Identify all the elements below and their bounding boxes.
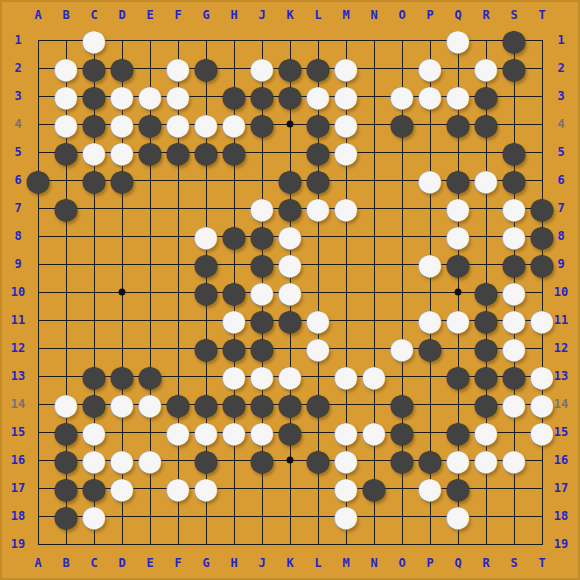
intersection-F6[interactable] (164, 166, 192, 194)
intersection-R17[interactable] (472, 474, 500, 502)
intersection-F15[interactable]: ● (164, 418, 192, 446)
intersection-R1[interactable] (472, 26, 500, 54)
intersection-P11[interactable]: ● (416, 306, 444, 334)
intersection-P18[interactable] (416, 502, 444, 530)
intersection-D18[interactable] (108, 502, 136, 530)
intersection-S11[interactable]: ● (500, 306, 528, 334)
intersection-A2[interactable] (24, 54, 52, 82)
intersection-T13[interactable]: ● (528, 362, 556, 390)
intersection-D16[interactable]: ● (108, 446, 136, 474)
intersection-E1[interactable] (136, 26, 164, 54)
intersection-T19[interactable] (528, 530, 556, 558)
intersection-P4[interactable] (416, 110, 444, 138)
intersection-K15[interactable]: ● (276, 418, 304, 446)
intersection-F10[interactable] (164, 278, 192, 306)
intersection-L19[interactable] (304, 530, 332, 558)
intersection-R9[interactable] (472, 250, 500, 278)
intersection-T7[interactable]: ● (528, 194, 556, 222)
intersection-K4[interactable] (276, 110, 304, 138)
intersection-C4[interactable]: ● (80, 110, 108, 138)
intersection-K6[interactable]: ● (276, 166, 304, 194)
intersection-D19[interactable] (108, 530, 136, 558)
intersection-Q15[interactable]: ● (444, 418, 472, 446)
intersection-R10[interactable]: ● (472, 278, 500, 306)
intersection-C13[interactable]: ● (80, 362, 108, 390)
intersection-T17[interactable] (528, 474, 556, 502)
intersection-J18[interactable] (248, 502, 276, 530)
intersection-L5[interactable]: ● (304, 138, 332, 166)
intersection-L6[interactable]: ● (304, 166, 332, 194)
intersection-J15[interactable]: ● (248, 418, 276, 446)
intersection-T1[interactable] (528, 26, 556, 54)
intersection-T15[interactable]: ● (528, 418, 556, 446)
intersection-M19[interactable] (332, 530, 360, 558)
intersection-L1[interactable] (304, 26, 332, 54)
intersection-N3[interactable] (360, 82, 388, 110)
intersection-S15[interactable] (500, 418, 528, 446)
intersection-B18[interactable]: ● (52, 502, 80, 530)
intersection-L4[interactable]: ● (304, 110, 332, 138)
intersection-C8[interactable] (80, 222, 108, 250)
intersection-S13[interactable]: ● (500, 362, 528, 390)
intersection-E13[interactable]: ● (136, 362, 164, 390)
intersection-K18[interactable] (276, 502, 304, 530)
intersection-M16[interactable]: ● (332, 446, 360, 474)
intersection-C12[interactable] (80, 334, 108, 362)
intersection-M15[interactable]: ● (332, 418, 360, 446)
intersection-E9[interactable] (136, 250, 164, 278)
intersection-O18[interactable] (388, 502, 416, 530)
intersection-T14[interactable]: ● (528, 390, 556, 418)
intersection-F16[interactable] (164, 446, 192, 474)
intersection-R15[interactable]: ● (472, 418, 500, 446)
intersection-D4[interactable]: ● (108, 110, 136, 138)
intersection-E10[interactable] (136, 278, 164, 306)
intersection-B3[interactable]: ● (52, 82, 80, 110)
intersection-C6[interactable]: ● (80, 166, 108, 194)
intersection-M1[interactable] (332, 26, 360, 54)
intersection-C18[interactable]: ● (80, 502, 108, 530)
intersection-N6[interactable] (360, 166, 388, 194)
intersection-C14[interactable]: ● (80, 390, 108, 418)
intersection-O3[interactable]: ● (388, 82, 416, 110)
intersection-P7[interactable] (416, 194, 444, 222)
intersection-C7[interactable] (80, 194, 108, 222)
intersection-C1[interactable]: ● (80, 26, 108, 54)
intersection-N17[interactable]: ● (360, 474, 388, 502)
intersection-D2[interactable]: ● (108, 54, 136, 82)
intersection-B16[interactable]: ● (52, 446, 80, 474)
intersection-H8[interactable]: ● (220, 222, 248, 250)
intersection-Q17[interactable]: ● (444, 474, 472, 502)
intersection-Q13[interactable]: ● (444, 362, 472, 390)
intersection-D7[interactable] (108, 194, 136, 222)
intersection-G4[interactable]: ● (192, 110, 220, 138)
intersection-N15[interactable]: ● (360, 418, 388, 446)
intersection-D3[interactable]: ● (108, 82, 136, 110)
intersection-C9[interactable] (80, 250, 108, 278)
intersection-E4[interactable]: ● (136, 110, 164, 138)
intersection-S7[interactable]: ● (500, 194, 528, 222)
intersection-O17[interactable] (388, 474, 416, 502)
intersection-C17[interactable]: ● (80, 474, 108, 502)
intersection-Q14[interactable] (444, 390, 472, 418)
intersection-M6[interactable] (332, 166, 360, 194)
intersection-L14[interactable]: ● (304, 390, 332, 418)
intersection-K16[interactable] (276, 446, 304, 474)
intersection-J10[interactable]: ● (248, 278, 276, 306)
intersection-O11[interactable] (388, 306, 416, 334)
intersection-H15[interactable]: ● (220, 418, 248, 446)
intersection-H2[interactable] (220, 54, 248, 82)
intersection-R12[interactable]: ● (472, 334, 500, 362)
intersection-N12[interactable] (360, 334, 388, 362)
intersection-Q5[interactable] (444, 138, 472, 166)
intersection-R19[interactable] (472, 530, 500, 558)
intersection-H7[interactable] (220, 194, 248, 222)
intersection-T8[interactable]: ● (528, 222, 556, 250)
intersection-S16[interactable]: ● (500, 446, 528, 474)
intersection-J5[interactable] (248, 138, 276, 166)
intersection-P13[interactable] (416, 362, 444, 390)
intersection-E18[interactable] (136, 502, 164, 530)
intersection-S3[interactable] (500, 82, 528, 110)
intersection-C3[interactable]: ● (80, 82, 108, 110)
intersection-J11[interactable]: ● (248, 306, 276, 334)
intersection-R5[interactable] (472, 138, 500, 166)
intersection-B14[interactable]: ● (52, 390, 80, 418)
intersection-R3[interactable]: ● (472, 82, 500, 110)
intersection-R11[interactable]: ● (472, 306, 500, 334)
intersection-B8[interactable] (52, 222, 80, 250)
intersection-A16[interactable] (24, 446, 52, 474)
intersection-O15[interactable]: ● (388, 418, 416, 446)
intersection-H10[interactable]: ● (220, 278, 248, 306)
intersection-D10[interactable] (108, 278, 136, 306)
intersection-E12[interactable] (136, 334, 164, 362)
intersection-J9[interactable]: ● (248, 250, 276, 278)
intersection-A10[interactable] (24, 278, 52, 306)
intersection-G10[interactable]: ● (192, 278, 220, 306)
intersection-O13[interactable] (388, 362, 416, 390)
intersection-H1[interactable] (220, 26, 248, 54)
intersection-L13[interactable] (304, 362, 332, 390)
intersection-S8[interactable]: ● (500, 222, 528, 250)
intersection-N2[interactable] (360, 54, 388, 82)
intersection-C5[interactable]: ● (80, 138, 108, 166)
intersection-J12[interactable]: ● (248, 334, 276, 362)
intersection-J7[interactable]: ● (248, 194, 276, 222)
intersection-Q4[interactable]: ● (444, 110, 472, 138)
intersection-G11[interactable] (192, 306, 220, 334)
intersection-F2[interactable]: ● (164, 54, 192, 82)
intersection-A9[interactable] (24, 250, 52, 278)
intersection-T12[interactable] (528, 334, 556, 362)
intersection-P9[interactable]: ● (416, 250, 444, 278)
intersection-A7[interactable] (24, 194, 52, 222)
intersection-D6[interactable]: ● (108, 166, 136, 194)
intersection-J2[interactable]: ● (248, 54, 276, 82)
intersection-Q9[interactable]: ● (444, 250, 472, 278)
intersection-C19[interactable] (80, 530, 108, 558)
intersection-M10[interactable] (332, 278, 360, 306)
intersection-C11[interactable] (80, 306, 108, 334)
intersection-G6[interactable] (192, 166, 220, 194)
intersection-A13[interactable] (24, 362, 52, 390)
intersection-Q16[interactable]: ● (444, 446, 472, 474)
intersection-M5[interactable]: ● (332, 138, 360, 166)
intersection-P15[interactable] (416, 418, 444, 446)
intersection-G19[interactable] (192, 530, 220, 558)
intersection-K9[interactable]: ● (276, 250, 304, 278)
intersection-N4[interactable] (360, 110, 388, 138)
intersection-N11[interactable] (360, 306, 388, 334)
intersection-M4[interactable]: ● (332, 110, 360, 138)
intersection-A18[interactable] (24, 502, 52, 530)
intersection-P5[interactable] (416, 138, 444, 166)
intersection-S12[interactable]: ● (500, 334, 528, 362)
intersection-A17[interactable] (24, 474, 52, 502)
intersection-G2[interactable]: ● (192, 54, 220, 82)
intersection-S2[interactable]: ● (500, 54, 528, 82)
intersection-F19[interactable] (164, 530, 192, 558)
intersection-A19[interactable] (24, 530, 52, 558)
intersection-K17[interactable] (276, 474, 304, 502)
intersection-H17[interactable] (220, 474, 248, 502)
intersection-A12[interactable] (24, 334, 52, 362)
intersection-N10[interactable] (360, 278, 388, 306)
intersection-K8[interactable]: ● (276, 222, 304, 250)
intersection-S4[interactable] (500, 110, 528, 138)
intersection-P19[interactable] (416, 530, 444, 558)
intersection-Q7[interactable]: ● (444, 194, 472, 222)
intersection-H11[interactable]: ● (220, 306, 248, 334)
intersection-C16[interactable]: ● (80, 446, 108, 474)
intersection-G16[interactable]: ● (192, 446, 220, 474)
intersection-P6[interactable]: ● (416, 166, 444, 194)
intersection-M8[interactable] (332, 222, 360, 250)
intersection-K12[interactable] (276, 334, 304, 362)
intersection-H6[interactable] (220, 166, 248, 194)
intersection-K3[interactable]: ● (276, 82, 304, 110)
intersection-F18[interactable] (164, 502, 192, 530)
intersection-B1[interactable] (52, 26, 80, 54)
intersection-G5[interactable]: ● (192, 138, 220, 166)
intersection-R18[interactable] (472, 502, 500, 530)
intersection-S6[interactable]: ● (500, 166, 528, 194)
intersection-B10[interactable] (52, 278, 80, 306)
intersection-S17[interactable] (500, 474, 528, 502)
intersection-Q10[interactable] (444, 278, 472, 306)
intersection-B19[interactable] (52, 530, 80, 558)
intersection-H3[interactable]: ● (220, 82, 248, 110)
intersection-T6[interactable] (528, 166, 556, 194)
intersection-K11[interactable]: ● (276, 306, 304, 334)
intersection-Q3[interactable]: ● (444, 82, 472, 110)
intersection-J16[interactable]: ● (248, 446, 276, 474)
intersection-E7[interactable] (136, 194, 164, 222)
intersection-P1[interactable] (416, 26, 444, 54)
intersection-O2[interactable] (388, 54, 416, 82)
intersection-M14[interactable] (332, 390, 360, 418)
intersection-N7[interactable] (360, 194, 388, 222)
intersection-M3[interactable]: ● (332, 82, 360, 110)
intersection-N14[interactable] (360, 390, 388, 418)
intersection-B11[interactable] (52, 306, 80, 334)
intersection-O10[interactable] (388, 278, 416, 306)
intersection-T2[interactable] (528, 54, 556, 82)
intersection-F1[interactable] (164, 26, 192, 54)
intersection-L2[interactable]: ● (304, 54, 332, 82)
intersection-E11[interactable] (136, 306, 164, 334)
intersection-G7[interactable] (192, 194, 220, 222)
intersection-G18[interactable] (192, 502, 220, 530)
intersection-M13[interactable]: ● (332, 362, 360, 390)
intersection-E14[interactable]: ● (136, 390, 164, 418)
intersection-Q6[interactable]: ● (444, 166, 472, 194)
intersection-K14[interactable]: ● (276, 390, 304, 418)
intersection-R2[interactable]: ● (472, 54, 500, 82)
intersection-M7[interactable]: ● (332, 194, 360, 222)
intersection-D11[interactable] (108, 306, 136, 334)
intersection-F11[interactable] (164, 306, 192, 334)
intersection-K7[interactable]: ● (276, 194, 304, 222)
intersection-N18[interactable] (360, 502, 388, 530)
intersection-P16[interactable]: ● (416, 446, 444, 474)
intersection-B7[interactable]: ● (52, 194, 80, 222)
intersection-L11[interactable]: ● (304, 306, 332, 334)
intersection-D5[interactable]: ● (108, 138, 136, 166)
intersection-P17[interactable]: ● (416, 474, 444, 502)
intersection-P2[interactable]: ● (416, 54, 444, 82)
intersection-M12[interactable] (332, 334, 360, 362)
intersection-T3[interactable] (528, 82, 556, 110)
intersection-O8[interactable] (388, 222, 416, 250)
intersection-E5[interactable]: ● (136, 138, 164, 166)
intersection-H9[interactable] (220, 250, 248, 278)
intersection-P10[interactable] (416, 278, 444, 306)
intersection-L9[interactable] (304, 250, 332, 278)
intersection-B12[interactable] (52, 334, 80, 362)
intersection-D8[interactable] (108, 222, 136, 250)
intersection-R8[interactable] (472, 222, 500, 250)
intersection-A14[interactable] (24, 390, 52, 418)
intersection-J1[interactable] (248, 26, 276, 54)
intersection-F4[interactable]: ● (164, 110, 192, 138)
intersection-L10[interactable] (304, 278, 332, 306)
intersection-E16[interactable]: ● (136, 446, 164, 474)
intersection-O5[interactable] (388, 138, 416, 166)
intersection-T5[interactable] (528, 138, 556, 166)
intersection-R7[interactable] (472, 194, 500, 222)
intersection-A4[interactable] (24, 110, 52, 138)
intersection-K5[interactable] (276, 138, 304, 166)
intersection-H13[interactable]: ● (220, 362, 248, 390)
intersection-H18[interactable] (220, 502, 248, 530)
intersection-S18[interactable] (500, 502, 528, 530)
intersection-D1[interactable] (108, 26, 136, 54)
intersection-T16[interactable] (528, 446, 556, 474)
intersection-J3[interactable]: ● (248, 82, 276, 110)
intersection-G9[interactable]: ● (192, 250, 220, 278)
intersection-H4[interactable]: ● (220, 110, 248, 138)
intersection-L8[interactable] (304, 222, 332, 250)
intersection-D13[interactable]: ● (108, 362, 136, 390)
intersection-Q2[interactable] (444, 54, 472, 82)
intersection-M2[interactable]: ● (332, 54, 360, 82)
intersection-A6[interactable]: ● (24, 166, 52, 194)
intersection-K19[interactable] (276, 530, 304, 558)
intersection-H5[interactable]: ● (220, 138, 248, 166)
intersection-P8[interactable] (416, 222, 444, 250)
intersection-K13[interactable]: ● (276, 362, 304, 390)
intersection-Q11[interactable]: ● (444, 306, 472, 334)
intersection-R13[interactable]: ● (472, 362, 500, 390)
intersection-G15[interactable]: ● (192, 418, 220, 446)
intersection-S9[interactable]: ● (500, 250, 528, 278)
intersection-K2[interactable]: ● (276, 54, 304, 82)
intersection-Q8[interactable]: ● (444, 222, 472, 250)
intersection-A5[interactable] (24, 138, 52, 166)
intersection-N8[interactable] (360, 222, 388, 250)
intersection-G17[interactable]: ● (192, 474, 220, 502)
intersection-T11[interactable]: ● (528, 306, 556, 334)
intersection-J13[interactable]: ● (248, 362, 276, 390)
intersection-F17[interactable]: ● (164, 474, 192, 502)
intersection-G12[interactable]: ● (192, 334, 220, 362)
intersection-A3[interactable] (24, 82, 52, 110)
intersection-E8[interactable] (136, 222, 164, 250)
intersection-G14[interactable]: ● (192, 390, 220, 418)
intersection-D12[interactable] (108, 334, 136, 362)
intersection-B9[interactable] (52, 250, 80, 278)
intersection-O6[interactable] (388, 166, 416, 194)
intersection-M17[interactable]: ● (332, 474, 360, 502)
intersection-J14[interactable]: ● (248, 390, 276, 418)
intersection-F13[interactable] (164, 362, 192, 390)
intersection-O16[interactable]: ● (388, 446, 416, 474)
intersection-L17[interactable] (304, 474, 332, 502)
intersection-M9[interactable] (332, 250, 360, 278)
intersection-B5[interactable]: ● (52, 138, 80, 166)
intersection-T10[interactable] (528, 278, 556, 306)
intersection-D9[interactable] (108, 250, 136, 278)
intersection-J19[interactable] (248, 530, 276, 558)
intersection-O4[interactable]: ● (388, 110, 416, 138)
intersection-F12[interactable] (164, 334, 192, 362)
intersection-M18[interactable]: ● (332, 502, 360, 530)
intersection-S1[interactable]: ● (500, 26, 528, 54)
intersection-S5[interactable]: ● (500, 138, 528, 166)
intersection-N9[interactable] (360, 250, 388, 278)
intersection-E17[interactable] (136, 474, 164, 502)
intersection-N5[interactable] (360, 138, 388, 166)
intersection-O12[interactable]: ● (388, 334, 416, 362)
intersection-E15[interactable] (136, 418, 164, 446)
intersection-S14[interactable]: ● (500, 390, 528, 418)
intersection-P3[interactable]: ● (416, 82, 444, 110)
intersection-P12[interactable]: ● (416, 334, 444, 362)
intersection-H19[interactable] (220, 530, 248, 558)
intersection-F14[interactable]: ● (164, 390, 192, 418)
intersection-J4[interactable]: ● (248, 110, 276, 138)
intersection-B13[interactable] (52, 362, 80, 390)
intersection-O19[interactable] (388, 530, 416, 558)
intersection-D14[interactable]: ● (108, 390, 136, 418)
intersection-K1[interactable] (276, 26, 304, 54)
intersection-P14[interactable] (416, 390, 444, 418)
intersection-G1[interactable] (192, 26, 220, 54)
